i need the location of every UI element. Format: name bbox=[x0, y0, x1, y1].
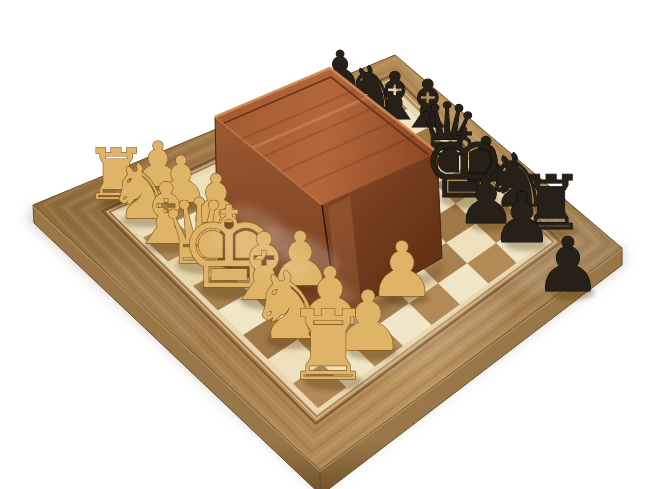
white-rook-glyph: ♜ bbox=[285, 290, 371, 402]
black-pawn-glyph: ♟ bbox=[534, 221, 601, 309]
chess-set-product-photo: ♟♞♝♝♛♟♟♚♜♟♞♞♟♟♜♟♝♛♟♚♟♟♝♟♞♟♜ bbox=[0, 0, 652, 489]
chess-board-scene: ♟♞♝♝♛♟♟♚♜♟♞♞♟♟♜♟♝♛♟♚♟♟♝♟♞♟♜ bbox=[0, 0, 652, 489]
black-pawn-a6: ♟ bbox=[534, 221, 601, 309]
white-rook-a1: ♜ bbox=[285, 290, 371, 402]
